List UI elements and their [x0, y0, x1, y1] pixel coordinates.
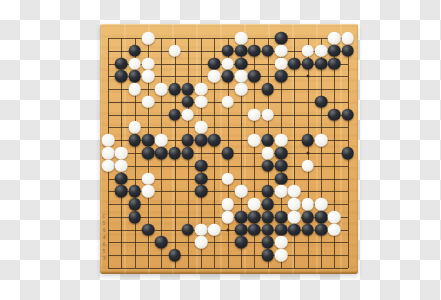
black-stone [261, 83, 274, 96]
white-stone [288, 198, 301, 211]
black-stone [301, 223, 314, 236]
black-stone [275, 160, 288, 173]
black-stone [315, 211, 328, 224]
white-stone [221, 57, 234, 70]
white-stone [102, 160, 115, 173]
black-stone [301, 57, 314, 70]
white-stone [275, 57, 288, 70]
black-stone [142, 223, 155, 236]
black-stone [261, 44, 274, 57]
white-stone [142, 70, 155, 83]
black-stone [275, 211, 288, 224]
black-stone [341, 44, 354, 57]
white-stone [208, 70, 221, 83]
white-stone [315, 198, 328, 211]
white-stone [275, 249, 288, 262]
white-stone [248, 108, 261, 121]
black-stone [168, 249, 181, 262]
grid-line-horizontal [108, 268, 348, 269]
black-stone [128, 134, 141, 147]
black-stone [168, 147, 181, 160]
black-stone [261, 160, 274, 173]
black-stone [128, 44, 141, 57]
white-stone [301, 198, 314, 211]
black-stone [301, 134, 314, 147]
white-stone [301, 44, 314, 57]
white-stone [195, 83, 208, 96]
black-stone [261, 198, 274, 211]
white-stone [155, 83, 168, 96]
white-stone [142, 172, 155, 185]
black-stone [275, 172, 288, 185]
black-stone [195, 160, 208, 173]
black-stone [155, 236, 168, 249]
star-point [226, 228, 229, 231]
white-stone [128, 121, 141, 134]
black-stone [128, 211, 141, 224]
white-stone [221, 96, 234, 109]
black-stone [155, 147, 168, 160]
white-stone [275, 44, 288, 57]
black-stone [288, 57, 301, 70]
white-stone [208, 223, 221, 236]
white-stone [275, 185, 288, 198]
black-stone [115, 185, 128, 198]
black-stone [288, 223, 301, 236]
black-stone [128, 185, 141, 198]
black-stone [235, 223, 248, 236]
white-stone [142, 96, 155, 109]
white-stone [142, 57, 155, 70]
white-stone [235, 32, 248, 45]
white-stone [275, 236, 288, 249]
black-stone [182, 147, 195, 160]
black-stone [142, 134, 155, 147]
black-stone [168, 83, 181, 96]
black-stone [328, 57, 341, 70]
black-stone [182, 96, 195, 109]
white-stone [328, 32, 341, 45]
white-stone [128, 57, 141, 70]
white-stone [195, 121, 208, 134]
white-stone [221, 198, 234, 211]
black-stone [128, 198, 141, 211]
black-stone [315, 57, 328, 70]
black-stone [235, 44, 248, 57]
black-stone [261, 134, 274, 147]
white-stone [275, 134, 288, 147]
black-stone [301, 211, 314, 224]
black-stone [195, 185, 208, 198]
black-stone [261, 223, 274, 236]
white-stone [142, 185, 155, 198]
black-stone [261, 249, 274, 262]
black-stone [221, 70, 234, 83]
black-stone [142, 147, 155, 160]
black-stone [248, 223, 261, 236]
black-stone [182, 83, 195, 96]
white-stone [182, 108, 195, 121]
black-stone [341, 108, 354, 121]
white-stone [155, 134, 168, 147]
white-stone [328, 223, 341, 236]
white-stone [235, 83, 248, 96]
white-stone [235, 70, 248, 83]
white-stone [195, 223, 208, 236]
black-stone [328, 108, 341, 121]
black-stone [208, 134, 221, 147]
white-stone [168, 44, 181, 57]
grid-line-horizontal [108, 255, 348, 256]
white-stone [102, 134, 115, 147]
white-stone [341, 32, 354, 45]
star-point [306, 152, 309, 155]
white-stone [142, 32, 155, 45]
black-stone [235, 236, 248, 249]
go-board [100, 24, 358, 274]
white-stone [301, 160, 314, 173]
white-stone [328, 211, 341, 224]
black-stone [261, 185, 274, 198]
white-stone [115, 147, 128, 160]
black-stone [128, 70, 141, 83]
black-stone [235, 211, 248, 224]
black-stone [235, 57, 248, 70]
black-stone [328, 44, 341, 57]
white-stone [248, 134, 261, 147]
black-stone [208, 57, 221, 70]
white-stone [221, 211, 234, 224]
black-stone [115, 70, 128, 83]
white-stone [235, 185, 248, 198]
black-stone [248, 211, 261, 224]
white-stone [248, 198, 261, 211]
white-stone [115, 160, 128, 173]
white-stone [261, 147, 274, 160]
black-stone [315, 223, 328, 236]
white-stone [128, 83, 141, 96]
black-stone [261, 211, 274, 224]
white-stone [102, 147, 115, 160]
star-point [306, 75, 309, 78]
white-stone [195, 96, 208, 109]
grid-line-horizontal [108, 242, 348, 243]
black-stone [221, 147, 234, 160]
black-stone [248, 70, 261, 83]
stock-photo-watermark: C594653 [101, 213, 107, 262]
black-stone [315, 96, 328, 109]
white-stone [315, 44, 328, 57]
white-stone [315, 134, 328, 147]
black-stone [195, 134, 208, 147]
black-stone [275, 32, 288, 45]
black-stone [195, 172, 208, 185]
black-stone [261, 236, 274, 249]
white-stone [288, 211, 301, 224]
white-stone [221, 172, 234, 185]
black-stone [115, 57, 128, 70]
black-stone [221, 44, 234, 57]
black-stone [275, 223, 288, 236]
black-stone [275, 147, 288, 160]
white-stone [288, 185, 301, 198]
white-stone [195, 236, 208, 249]
black-stone [341, 147, 354, 160]
transparent-checker-background: C594653 [0, 0, 441, 300]
black-stone [168, 108, 181, 121]
black-stone [248, 44, 261, 57]
white-stone [261, 108, 274, 121]
black-stone [115, 172, 128, 185]
black-stone [275, 70, 288, 83]
black-stone [182, 223, 195, 236]
black-stone [182, 134, 195, 147]
